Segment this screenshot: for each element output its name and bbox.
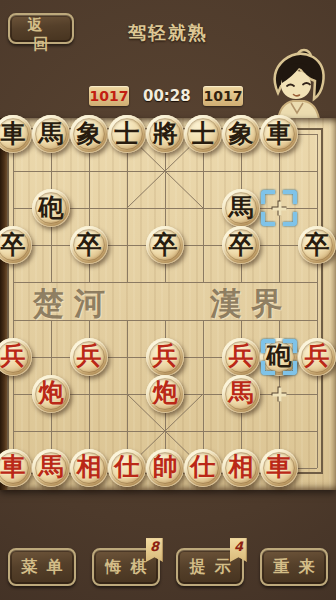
- piece-red-炮[interactable]: 炮: [146, 375, 184, 413]
- river-label-chu-he: 楚河: [33, 283, 115, 325]
- piece-black-士[interactable]: 士: [184, 115, 222, 153]
- right-score-badge: 1017: [203, 86, 243, 106]
- piece-red-仕[interactable]: 仕: [184, 449, 222, 487]
- piece-red-兵[interactable]: 兵: [70, 338, 108, 376]
- board-point-mark: [272, 201, 287, 216]
- river-label-han-jie: 漢界: [210, 283, 292, 325]
- page-title: 驾轻就熟: [0, 21, 336, 45]
- piece-red-帥[interactable]: 帥: [146, 449, 184, 487]
- piece-red-相[interactable]: 相: [70, 449, 108, 487]
- left-score-badge: 1017: [89, 86, 129, 106]
- piece-black-車[interactable]: 車: [260, 115, 298, 153]
- piece-red-兵[interactable]: 兵: [298, 338, 336, 376]
- piece-black-將[interactable]: 將: [146, 115, 184, 153]
- hint-button[interactable]: 提示 4: [176, 548, 244, 586]
- piece-red-炮[interactable]: 炮: [32, 375, 70, 413]
- piece-red-兵[interactable]: 兵: [222, 338, 260, 376]
- piece-red-相[interactable]: 相: [222, 449, 260, 487]
- piece-black-砲[interactable]: 砲: [260, 338, 298, 376]
- piece-black-象[interactable]: 象: [222, 115, 260, 153]
- game-timer: 00:28: [143, 87, 187, 105]
- piece-black-馬[interactable]: 馬: [222, 189, 260, 227]
- piece-black-士[interactable]: 士: [108, 115, 146, 153]
- piece-black-象[interactable]: 象: [70, 115, 108, 153]
- bottom-toolbar: 菜单 悔棋 8 提示 4 重来: [0, 548, 336, 586]
- board-point-mark: [272, 386, 287, 401]
- piece-black-砲[interactable]: 砲: [32, 189, 70, 227]
- opponent-avatar-illustration: [258, 47, 336, 119]
- restart-button-label: 重来: [274, 557, 324, 576]
- piece-red-仕[interactable]: 仕: [108, 449, 146, 487]
- piece-red-車[interactable]: 車: [260, 449, 298, 487]
- menu-button[interactable]: 菜单: [8, 548, 76, 586]
- xiangqi-board[interactable]: 楚河 漢界 車馬象士將士象車砲馬卒卒卒卒卒兵兵兵兵砲兵炮炮馬車馬相仕帥仕相車: [0, 118, 336, 490]
- piece-red-兵[interactable]: 兵: [146, 338, 184, 376]
- menu-button-label: 菜单: [22, 557, 72, 576]
- piece-red-馬[interactable]: 馬: [32, 449, 70, 487]
- piece-black-馬[interactable]: 馬: [32, 115, 70, 153]
- piece-red-馬[interactable]: 馬: [222, 375, 260, 413]
- undo-button[interactable]: 悔棋 8: [92, 548, 160, 586]
- opponent-avatar: [258, 47, 336, 119]
- restart-button[interactable]: 重来: [260, 548, 328, 586]
- xiangqi-app: 返回 驾轻就熟 1017 00:28 1017: [0, 0, 336, 600]
